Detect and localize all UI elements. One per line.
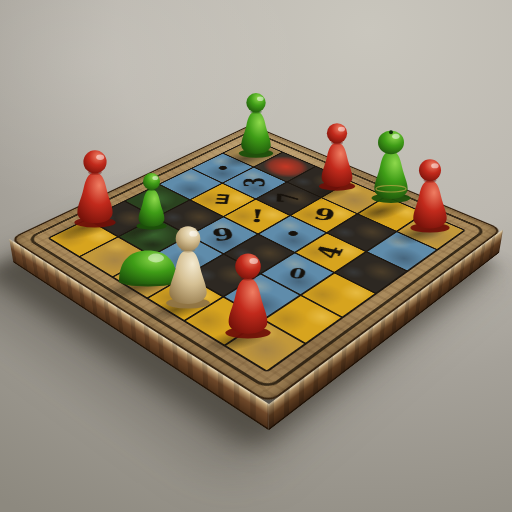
painted-dot <box>286 230 299 237</box>
red-pawn-bottom[interactable] <box>217 252 279 339</box>
painted-number: ! <box>249 207 265 224</box>
green-pawn-top[interactable] <box>232 92 280 158</box>
green-pawn-left[interactable] <box>129 172 174 230</box>
scene: 379∃!490 <box>0 0 512 512</box>
red-pawn-top[interactable] <box>312 122 362 191</box>
red-pawn-right[interactable] <box>403 158 457 233</box>
painted-number: 9 <box>311 206 336 223</box>
painted-number: 3 <box>241 178 269 188</box>
painted-number: 0 <box>287 266 308 281</box>
red-pawn-left[interactable] <box>66 149 124 228</box>
painted-number: 4 <box>312 243 349 261</box>
painted-number: ∃ <box>214 193 232 206</box>
cream-pawn[interactable] <box>158 225 218 309</box>
